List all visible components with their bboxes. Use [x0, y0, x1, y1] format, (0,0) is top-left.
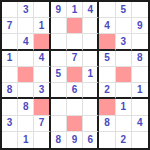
clue-digit: 1	[87, 69, 93, 79]
cell-r4c5[interactable]: 7	[67, 51, 83, 67]
cell-r1c4[interactable]: 9	[51, 2, 67, 18]
cell-r1c5[interactable]: 1	[67, 2, 83, 18]
clue-digit: 3	[7, 118, 13, 128]
cell-r1c8[interactable]: 5	[116, 2, 132, 18]
clue-digit: 1	[7, 53, 13, 63]
clue-digit: 9	[72, 135, 78, 145]
clue-digit: 1	[23, 135, 29, 145]
clue-digit: 8	[104, 118, 110, 128]
clue-digit: 4	[39, 53, 45, 63]
cell-r5c6[interactable]: 1	[83, 67, 99, 83]
clue-digit: 4	[23, 37, 29, 47]
cell-r3c4[interactable]	[51, 34, 67, 50]
cell-r6c7[interactable]: 2	[99, 83, 115, 99]
cell-r5c4[interactable]: 5	[51, 67, 67, 83]
cell-r7c9[interactable]	[132, 99, 148, 115]
cell-r2c8[interactable]	[116, 18, 132, 34]
cell-r4c3[interactable]: 4	[34, 51, 50, 67]
cell-r5c5[interactable]	[67, 67, 83, 83]
clue-digit: 5	[55, 69, 61, 79]
cell-r1c3[interactable]	[34, 2, 50, 18]
cell-r5c9[interactable]	[132, 67, 148, 83]
cell-r4c1[interactable]: 1	[2, 51, 18, 67]
cell-r1c7[interactable]	[99, 2, 115, 18]
cell-r2c5[interactable]	[67, 18, 83, 34]
cell-r6c3[interactable]: 3	[34, 83, 50, 99]
cell-r5c8[interactable]	[116, 67, 132, 83]
clue-digit: 6	[72, 85, 78, 95]
cell-r4c7[interactable]: 5	[99, 51, 115, 67]
cell-r6c6[interactable]	[83, 83, 99, 99]
cell-r1c2[interactable]: 3	[18, 2, 34, 18]
cell-r7c4[interactable]	[51, 99, 67, 115]
cell-r2c1[interactable]: 7	[2, 18, 18, 34]
cell-r2c7[interactable]: 4	[99, 18, 115, 34]
cell-r7c2[interactable]: 8	[18, 99, 34, 115]
clue-digit: 2	[104, 85, 110, 95]
cell-r3c6[interactable]	[83, 34, 99, 50]
clue-digit: 9	[137, 21, 143, 31]
cell-r9c7[interactable]	[99, 132, 115, 148]
cell-r6c5[interactable]: 6	[67, 83, 83, 99]
cell-r3c8[interactable]: 3	[116, 34, 132, 50]
cell-r4c4[interactable]	[51, 51, 67, 67]
cell-r8c5[interactable]	[67, 116, 83, 132]
cell-r3c1[interactable]	[2, 34, 18, 50]
clue-digit: 1	[72, 5, 78, 15]
clue-digit: 4	[104, 21, 110, 31]
cell-r2c4[interactable]	[51, 18, 67, 34]
cell-r7c3[interactable]	[34, 99, 50, 115]
cell-r7c8[interactable]: 1	[116, 99, 132, 115]
cell-r5c3[interactable]	[34, 67, 50, 83]
clue-digit: 5	[120, 5, 126, 15]
cell-r6c8[interactable]	[116, 83, 132, 99]
cell-r8c4[interactable]	[51, 116, 67, 132]
cell-r7c5[interactable]	[67, 99, 83, 115]
cell-r3c9[interactable]	[132, 34, 148, 50]
cell-r6c2[interactable]	[18, 83, 34, 99]
cell-r9c5[interactable]: 9	[67, 132, 83, 148]
clue-digit: 9	[55, 5, 61, 15]
cell-r7c6[interactable]	[83, 99, 99, 115]
cell-r9c1[interactable]	[2, 132, 18, 148]
cell-r9c8[interactable]: 2	[116, 132, 132, 148]
clue-digit: 2	[120, 135, 126, 145]
clue-digit: 7	[39, 118, 45, 128]
cell-r4c2[interactable]	[18, 51, 34, 67]
clue-digit: 1	[120, 102, 126, 112]
clue-digit: 8	[55, 135, 61, 145]
cell-r3c5[interactable]	[67, 34, 83, 50]
cell-r8c3[interactable]: 7	[34, 116, 50, 132]
cell-r8c8[interactable]	[116, 116, 132, 132]
cell-r1c6[interactable]: 4	[83, 2, 99, 18]
clue-digit: 3	[39, 85, 45, 95]
clue-digit: 4	[87, 5, 93, 15]
clue-digit: 6	[87, 135, 93, 145]
clue-digit: 3	[120, 37, 126, 47]
cell-r5c1[interactable]	[2, 67, 18, 83]
cell-r8c9[interactable]: 4	[132, 116, 148, 132]
cell-r1c9[interactable]	[132, 2, 148, 18]
clue-digit: 1	[137, 85, 143, 95]
cell-r9c2[interactable]: 1	[18, 132, 34, 148]
cell-r4c8[interactable]	[116, 51, 132, 67]
cell-r7c7[interactable]	[99, 99, 115, 115]
cell-r3c7[interactable]	[99, 34, 115, 50]
cell-r9c4[interactable]: 8	[51, 132, 67, 148]
cell-r6c4[interactable]	[51, 83, 67, 99]
clue-digit: 3	[23, 5, 29, 15]
cell-r5c7[interactable]	[99, 67, 115, 83]
cell-r2c2[interactable]	[18, 18, 34, 34]
cell-r3c2[interactable]: 4	[18, 34, 34, 50]
cell-r9c6[interactable]: 6	[83, 132, 99, 148]
clue-digit: 4	[137, 118, 143, 128]
cell-r2c6[interactable]	[83, 18, 99, 34]
cell-r5c2[interactable]	[18, 67, 34, 83]
clue-digit: 7	[72, 53, 78, 63]
cell-r9c9[interactable]	[132, 132, 148, 148]
sudoku-board: 3914571494314758518362181378418962	[0, 0, 150, 150]
cell-r9c3[interactable]	[34, 132, 50, 148]
cell-r2c3[interactable]: 1	[34, 18, 50, 34]
cell-r4c9[interactable]: 8	[132, 51, 148, 67]
clue-digit: 8	[23, 102, 29, 112]
cell-r3c3[interactable]	[34, 34, 50, 50]
clue-digit: 7	[7, 21, 13, 31]
cell-r8c1[interactable]: 3	[2, 116, 18, 132]
clue-digit: 8	[7, 85, 13, 95]
cell-r8c6[interactable]	[83, 116, 99, 132]
cell-r7c1[interactable]	[2, 99, 18, 115]
clue-digit: 8	[137, 53, 143, 63]
clue-digit: 1	[39, 21, 45, 31]
clue-digit: 5	[104, 53, 110, 63]
cell-r2c9[interactable]: 9	[132, 18, 148, 34]
cell-r4c6[interactable]	[83, 51, 99, 67]
cell-r6c9[interactable]: 1	[132, 83, 148, 99]
cell-r6c1[interactable]: 8	[2, 83, 18, 99]
cell-r1c1[interactable]	[2, 2, 18, 18]
cell-r8c7[interactable]: 8	[99, 116, 115, 132]
cell-r8c2[interactable]	[18, 116, 34, 132]
